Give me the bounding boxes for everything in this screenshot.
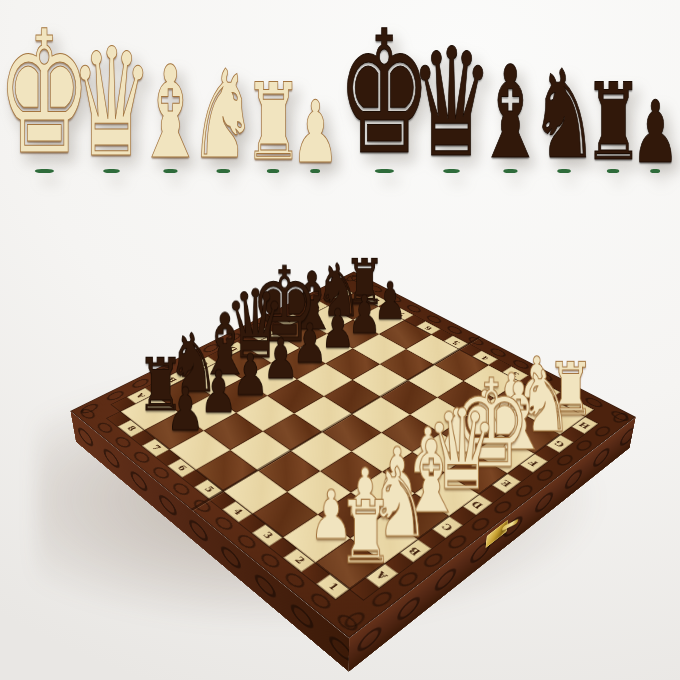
lineup-black-rook: ♜ [601, 73, 626, 174]
coord-char: 6 [175, 464, 188, 472]
lineup-white-bishop: ♝ [155, 52, 185, 174]
black-piece-lineup: ♚♛♝♞♜♟ [352, 18, 672, 174]
black-pawn-a7[interactable]: ♟ [166, 382, 205, 439]
lineup-white-king: ♚ [24, 13, 64, 175]
lineup-white-queen: ♛ [93, 32, 128, 175]
coord-char: 1 [326, 581, 341, 592]
black-pawn-b7[interactable]: ♟ [199, 365, 237, 421]
coord-char: 5 [451, 339, 462, 345]
white-rook-a1[interactable]: ♜ [337, 492, 393, 574]
coord-char: 3 [260, 530, 274, 540]
lineup-white-rook: ♜ [260, 73, 285, 174]
clasp-hasp [502, 519, 519, 532]
lineup-black-queen: ♛ [434, 32, 469, 175]
coord-char: 8 [125, 424, 138, 432]
coord-char: 7 [149, 444, 162, 452]
lineup-white-pawn: ♟ [305, 92, 325, 174]
lineup-white-knight: ♞ [209, 58, 238, 174]
lineup-black-king: ♚ [365, 13, 405, 175]
coord-char: 4 [231, 507, 245, 516]
product-photo-scene: ♚♛♝♞♜♟ ♚♛♝♞♜♟ ABCDEFGH ABCDEFGH 87654321… [0, 0, 680, 680]
lineup-black-bishop: ♝ [495, 52, 525, 174]
white-piece-lineup: ♚♛♝♞♜♟ [12, 22, 332, 174]
coord-char: 5 [202, 485, 215, 494]
lineup-black-knight: ♞ [550, 58, 579, 174]
lineup-black-pawn: ♟ [646, 92, 666, 174]
board-stage: ABCDEFGH ABCDEFGH 87654321 87654321 ♜♞♝♛… [0, 168, 680, 680]
coord-char: 2 [292, 555, 306, 565]
coord-char: 6 [423, 325, 434, 331]
